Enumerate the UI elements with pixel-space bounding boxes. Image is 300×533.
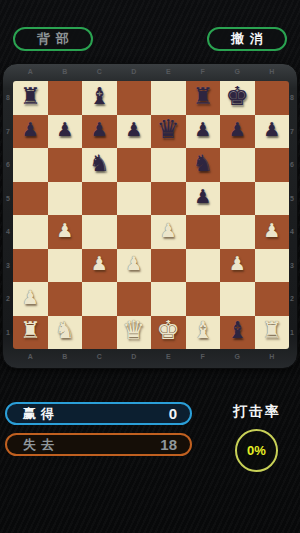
won-label: 赢得 (23, 405, 59, 423)
square-e2[interactable] (151, 282, 186, 316)
piece-black-pawn-b7[interactable]: ♟ (48, 121, 83, 140)
square-e4[interactable]: ♟ (151, 215, 186, 249)
file-label-bottom-h: H (255, 353, 290, 363)
square-f4[interactable] (186, 215, 221, 249)
square-e6[interactable] (151, 148, 186, 182)
square-c3[interactable]: ♟ (82, 249, 117, 283)
square-e1[interactable]: ♚ (151, 316, 186, 350)
square-c7[interactable]: ♟ (82, 115, 117, 149)
piece-white-pawn-c3[interactable]: ♟ (82, 255, 117, 274)
square-e8[interactable] (151, 81, 186, 115)
file-label-top-a: A (13, 68, 48, 78)
square-f8[interactable]: ♜ (186, 81, 221, 115)
piece-black-queen-e7[interactable]: ♛ (151, 117, 186, 143)
square-h6[interactable] (255, 148, 290, 182)
square-e3[interactable] (151, 249, 186, 283)
square-a3[interactable] (13, 249, 48, 283)
file-label-top-g: G (220, 68, 255, 78)
square-h8[interactable] (255, 81, 290, 115)
square-e7[interactable]: ♛ (151, 115, 186, 149)
piece-white-pawn-a2[interactable]: ♟ (13, 288, 48, 307)
square-d7[interactable]: ♟ (117, 115, 152, 149)
piece-black-pawn-f7[interactable]: ♟ (186, 121, 221, 140)
piece-white-king-e1[interactable]: ♚ (151, 318, 186, 344)
square-c2[interactable] (82, 282, 117, 316)
undo-button-label: 撤消 (225, 30, 269, 48)
rank-label-left-5: 5 (3, 182, 13, 216)
square-b6[interactable] (48, 148, 83, 182)
square-c8[interactable]: ♝ (82, 81, 117, 115)
lost-value: 18 (160, 436, 177, 453)
file-labels-top: ABCDEFGH (13, 68, 289, 78)
piece-white-queen-d1[interactable]: ♛ (117, 318, 152, 344)
piece-white-pawn-d3[interactable]: ♟ (117, 255, 152, 274)
piece-black-king-g8[interactable]: ♚ (220, 83, 255, 109)
square-d4[interactable] (117, 215, 152, 249)
piece-black-pawn-g7[interactable]: ♟ (220, 121, 255, 140)
piece-black-pawn-d7[interactable]: ♟ (117, 121, 152, 140)
file-label-bottom-c: C (82, 353, 117, 363)
chess-board-frame: ABCDEFGH ABCDEFGH 87654321 87654321 ♜♝♜♚… (2, 63, 298, 369)
square-g6[interactable] (220, 148, 255, 182)
won-value: 0 (169, 405, 177, 422)
file-label-top-c: C (82, 68, 117, 78)
piece-black-bishop-g1[interactable]: ♝ (220, 319, 255, 342)
square-a5[interactable] (13, 182, 48, 216)
file-labels-bottom: ABCDEFGH (13, 353, 289, 363)
square-f2[interactable] (186, 282, 221, 316)
piece-white-pawn-e4[interactable]: ♟ (151, 221, 186, 240)
rank-label-left-2: 2 (3, 282, 13, 316)
square-d5[interactable] (117, 182, 152, 216)
square-b8[interactable] (48, 81, 83, 115)
square-c1[interactable] (82, 316, 117, 350)
piece-white-pawn-h4[interactable]: ♟ (255, 221, 290, 240)
rank-label-left-8: 8 (3, 81, 13, 115)
rank-label-left-1: 1 (3, 316, 13, 350)
square-g4[interactable] (220, 215, 255, 249)
undo-button[interactable]: 撤消 (207, 27, 287, 51)
piece-black-pawn-h7[interactable]: ♟ (255, 121, 290, 140)
rank-labels-left: 87654321 (3, 81, 13, 349)
file-label-top-f: F (186, 68, 221, 78)
square-h7[interactable]: ♟ (255, 115, 290, 149)
lost-stat: 失去 18 (5, 433, 192, 456)
square-b5[interactable] (48, 182, 83, 216)
piece-black-rook-a8[interactable]: ♜ (13, 85, 48, 108)
piece-white-rook-h1[interactable]: ♜ (255, 319, 290, 342)
square-a1[interactable]: ♜ (13, 316, 48, 350)
square-h3[interactable] (255, 249, 290, 283)
square-g8[interactable]: ♚ (220, 81, 255, 115)
square-d8[interactable] (117, 81, 152, 115)
square-a6[interactable] (13, 148, 48, 182)
square-h4[interactable]: ♟ (255, 215, 290, 249)
piece-black-knight-f6[interactable]: ♞ (186, 152, 221, 175)
square-g5[interactable] (220, 182, 255, 216)
piece-white-bishop-f1[interactable]: ♝ (186, 319, 221, 342)
lost-label: 失去 (23, 436, 59, 454)
won-stat: 赢得 0 (5, 402, 192, 425)
file-label-bottom-b: B (48, 353, 83, 363)
square-g3[interactable]: ♟ (220, 249, 255, 283)
square-c5[interactable] (82, 182, 117, 216)
hit-rate-circle: 0% (235, 429, 278, 472)
square-d2[interactable] (117, 282, 152, 316)
square-b1[interactable]: ♞ (48, 316, 83, 350)
square-d1[interactable]: ♛ (117, 316, 152, 350)
file-label-bottom-d: D (117, 353, 152, 363)
square-e5[interactable] (151, 182, 186, 216)
square-h2[interactable] (255, 282, 290, 316)
file-label-top-e: E (151, 68, 186, 78)
piece-black-bishop-c8[interactable]: ♝ (82, 85, 117, 108)
file-label-bottom-e: E (151, 353, 186, 363)
hit-rate-label: 打击率 (233, 403, 289, 421)
square-g2[interactable] (220, 282, 255, 316)
rank-label-left-3: 3 (3, 249, 13, 283)
square-f3[interactable] (186, 249, 221, 283)
piece-black-pawn-a7[interactable]: ♟ (13, 121, 48, 140)
square-c6[interactable]: ♞ (82, 148, 117, 182)
square-d6[interactable] (117, 148, 152, 182)
square-h5[interactable] (255, 182, 290, 216)
piece-white-rook-a1[interactable]: ♜ (13, 319, 48, 342)
square-a8[interactable]: ♜ (13, 81, 48, 115)
square-a7[interactable]: ♟ (13, 115, 48, 149)
square-f5[interactable]: ♟ (186, 182, 221, 216)
rank-label-left-6: 6 (3, 148, 13, 182)
square-h1[interactable]: ♜ (255, 316, 290, 350)
piece-black-knight-c6[interactable]: ♞ (82, 152, 117, 175)
piece-black-rook-f8[interactable]: ♜ (186, 85, 221, 108)
piece-white-pawn-b4[interactable]: ♟ (48, 221, 83, 240)
square-f7[interactable]: ♟ (186, 115, 221, 149)
square-f6[interactable]: ♞ (186, 148, 221, 182)
square-g7[interactable]: ♟ (220, 115, 255, 149)
file-label-bottom-f: F (186, 353, 221, 363)
piece-white-knight-b1[interactable]: ♞ (48, 319, 83, 342)
back-button-label: 背部 (31, 30, 75, 48)
file-label-bottom-a: A (13, 353, 48, 363)
square-f1[interactable]: ♝ (186, 316, 221, 350)
square-g1[interactable]: ♝ (220, 316, 255, 350)
file-label-top-d: D (117, 68, 152, 78)
square-a4[interactable] (13, 215, 48, 249)
hit-rate-value: 0% (247, 443, 266, 458)
piece-black-pawn-c7[interactable]: ♟ (82, 121, 117, 140)
square-b3[interactable] (48, 249, 83, 283)
piece-black-pawn-f5[interactable]: ♟ (186, 188, 221, 207)
file-label-top-h: H (255, 68, 290, 78)
app-screen: 背部 撤消 ABCDEFGH ABCDEFGH 87654321 8765432… (0, 0, 300, 533)
square-b2[interactable] (48, 282, 83, 316)
back-button[interactable]: 背部 (13, 27, 93, 51)
square-c4[interactable] (82, 215, 117, 249)
square-b4[interactable]: ♟ (48, 215, 83, 249)
board-grid: ♜♝♜♚♟♟♟♟♛♟♟♟♞♞♟♟♟♟♟♟♟♟♜♞♛♚♝♝♜ (13, 81, 289, 349)
file-label-top-b: B (48, 68, 83, 78)
square-a2[interactable]: ♟ (13, 282, 48, 316)
rank-label-left-7: 7 (3, 115, 13, 149)
rank-label-left-4: 4 (3, 215, 13, 249)
square-d3[interactable]: ♟ (117, 249, 152, 283)
square-b7[interactable]: ♟ (48, 115, 83, 149)
piece-white-pawn-g3[interactable]: ♟ (220, 255, 255, 274)
file-label-bottom-g: G (220, 353, 255, 363)
